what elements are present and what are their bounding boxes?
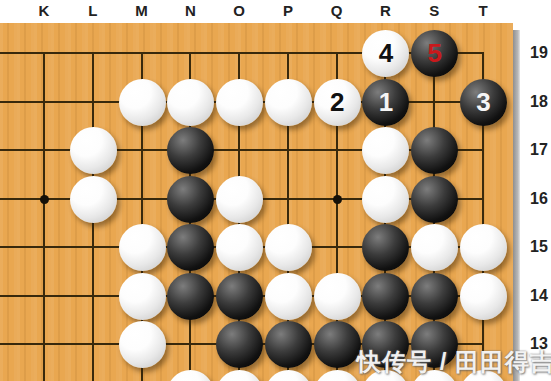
column-label-S: S bbox=[419, 0, 449, 23]
board-edge-shadow bbox=[513, 30, 520, 381]
stone-black-R18: 1 bbox=[362, 79, 409, 126]
column-label-K: K bbox=[29, 0, 59, 23]
stone-white-Q18: 2 bbox=[314, 79, 361, 126]
row-label-16: 16 bbox=[527, 189, 551, 209]
stone-black-N17 bbox=[167, 127, 214, 174]
stone-white-Q12 bbox=[314, 370, 361, 381]
stone-white-R17 bbox=[362, 127, 409, 174]
stone-black-Q13 bbox=[314, 321, 361, 368]
stone-black-N15 bbox=[167, 224, 214, 271]
stone-white-M14 bbox=[119, 273, 166, 320]
row-label-17: 17 bbox=[527, 140, 551, 160]
stone-white-N18 bbox=[167, 79, 214, 126]
stone-white-O16 bbox=[216, 176, 263, 223]
stone-white-R16 bbox=[362, 176, 409, 223]
stone-white-L16 bbox=[70, 176, 117, 223]
row-label-19: 19 bbox=[527, 43, 551, 63]
stone-black-O13 bbox=[216, 321, 263, 368]
stone-black-S19: 5 bbox=[411, 30, 458, 77]
stone-white-M15 bbox=[119, 224, 166, 271]
grid-vline-K bbox=[43, 52, 45, 381]
stone-white-S15 bbox=[411, 224, 458, 271]
row-label-18: 18 bbox=[527, 92, 551, 112]
star-point-K16 bbox=[40, 195, 49, 204]
stone-black-S17 bbox=[411, 127, 458, 174]
stone-white-O12 bbox=[216, 370, 263, 381]
column-label-M: M bbox=[127, 0, 157, 23]
stone-black-R15 bbox=[362, 224, 409, 271]
stone-white-T14 bbox=[460, 273, 507, 320]
stone-white-P14 bbox=[265, 273, 312, 320]
column-label-L: L bbox=[78, 0, 108, 23]
move-number-1: 1 bbox=[379, 87, 393, 117]
stone-black-R14 bbox=[362, 273, 409, 320]
stone-black-N14 bbox=[167, 273, 214, 320]
stone-white-O18 bbox=[216, 79, 263, 126]
stone-black-T18: 3 bbox=[460, 79, 507, 126]
stone-white-T15 bbox=[460, 224, 507, 271]
column-label-N: N bbox=[175, 0, 205, 23]
stone-white-L17 bbox=[70, 127, 117, 174]
column-label-R: R bbox=[370, 0, 400, 23]
column-label-O: O bbox=[224, 0, 254, 23]
move-number-5: 5 bbox=[428, 38, 442, 68]
stone-black-P13 bbox=[265, 321, 312, 368]
column-label-Q: Q bbox=[322, 0, 352, 23]
stone-white-O15 bbox=[216, 224, 263, 271]
stone-white-R19: 4 bbox=[362, 30, 409, 77]
column-label-T: T bbox=[468, 0, 498, 23]
stone-black-O14 bbox=[216, 273, 263, 320]
stone-white-M18 bbox=[119, 79, 166, 126]
watermark-text: 快传号 / 田田得吉 bbox=[357, 346, 551, 378]
go-board: 45213 bbox=[0, 23, 513, 381]
move-number-3: 3 bbox=[476, 87, 490, 117]
move-number-2: 2 bbox=[330, 87, 344, 117]
row-label-14: 14 bbox=[527, 286, 551, 306]
stone-black-S16 bbox=[411, 176, 458, 223]
stone-black-N16 bbox=[167, 176, 214, 223]
stone-white-P18 bbox=[265, 79, 312, 126]
go-diagram-page: KLMNOPQRST 45213 19181716151413 快传号 / 田田… bbox=[0, 0, 551, 381]
stone-white-N12 bbox=[167, 370, 214, 381]
star-point-Q16 bbox=[333, 195, 342, 204]
stone-white-P15 bbox=[265, 224, 312, 271]
stone-white-M13 bbox=[119, 321, 166, 368]
move-number-4: 4 bbox=[379, 38, 393, 68]
column-label-P: P bbox=[273, 0, 303, 23]
row-label-15: 15 bbox=[527, 237, 551, 257]
stone-white-P12 bbox=[265, 370, 312, 381]
stone-white-Q14 bbox=[314, 273, 361, 320]
stone-black-S14 bbox=[411, 273, 458, 320]
